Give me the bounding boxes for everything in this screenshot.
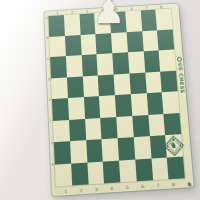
coordinate-label: 1	[58, 189, 74, 195]
square	[99, 95, 116, 117]
square	[85, 118, 102, 141]
square	[53, 119, 70, 142]
square	[48, 15, 64, 36]
square	[151, 157, 169, 180]
board-grid: ♞	[48, 9, 184, 187]
coordinate-label: 3	[89, 187, 105, 193]
square	[87, 161, 104, 184]
coordinate-label: 5	[120, 185, 136, 191]
square: ♞	[165, 134, 183, 157]
square	[80, 34, 97, 56]
square	[51, 77, 68, 99]
square	[65, 35, 82, 57]
square	[52, 98, 69, 120]
square	[164, 113, 182, 136]
square	[131, 93, 148, 115]
square	[119, 159, 137, 182]
square	[125, 11, 142, 32]
coordinate-label: 6	[135, 184, 151, 190]
square	[115, 94, 132, 116]
chess-board: 12345678 12345678 ABCDEFGH ♞ US CHESS ♞	[44, 4, 194, 197]
square	[50, 56, 67, 78]
square	[159, 49, 176, 71]
coordinate-label: 8	[166, 182, 182, 188]
square	[86, 139, 103, 162]
coordinate-label: 4	[104, 186, 120, 192]
square	[98, 74, 115, 96]
coordinate-label: 7	[150, 183, 166, 189]
square	[103, 160, 120, 183]
square	[146, 92, 163, 114]
square	[66, 55, 83, 77]
square	[55, 163, 72, 186]
square	[135, 158, 153, 181]
square	[96, 33, 113, 55]
square	[112, 52, 129, 74]
square	[142, 30, 159, 51]
square	[167, 156, 185, 179]
us-chess-label: US CHESS	[177, 63, 185, 94]
circle-logo-icon	[176, 57, 181, 62]
square	[126, 31, 143, 52]
square	[70, 140, 87, 163]
square	[143, 50, 160, 72]
square	[162, 91, 179, 113]
square	[157, 29, 174, 50]
us-chess-diamond-logo: ♞	[164, 136, 184, 156]
square	[116, 116, 133, 139]
square	[71, 162, 88, 185]
square	[82, 75, 99, 97]
square	[133, 136, 150, 159]
square	[102, 138, 119, 161]
photo-background: 12345678 12345678 ABCDEFGH ♞ US CHESS ♞ …	[0, 0, 200, 200]
margin-knight-icon: ♞	[187, 180, 193, 187]
square	[148, 114, 165, 137]
square	[156, 9, 173, 30]
square	[54, 141, 71, 164]
square	[129, 72, 146, 94]
square	[118, 137, 135, 160]
square	[160, 70, 177, 92]
square	[83, 96, 100, 118]
square	[111, 32, 128, 53]
square	[114, 73, 131, 95]
square	[100, 117, 117, 140]
square	[81, 54, 98, 76]
square	[64, 14, 80, 35]
square	[145, 71, 162, 93]
square	[49, 36, 65, 58]
square	[128, 51, 145, 73]
square	[67, 76, 84, 98]
square	[69, 118, 86, 141]
square	[68, 97, 85, 119]
knight-logo-icon: ♞	[170, 141, 178, 150]
white-pawn: ♟	[92, 0, 125, 29]
square	[132, 115, 149, 138]
coordinate-label: 2	[73, 188, 89, 194]
square	[97, 53, 114, 75]
square	[140, 10, 157, 31]
